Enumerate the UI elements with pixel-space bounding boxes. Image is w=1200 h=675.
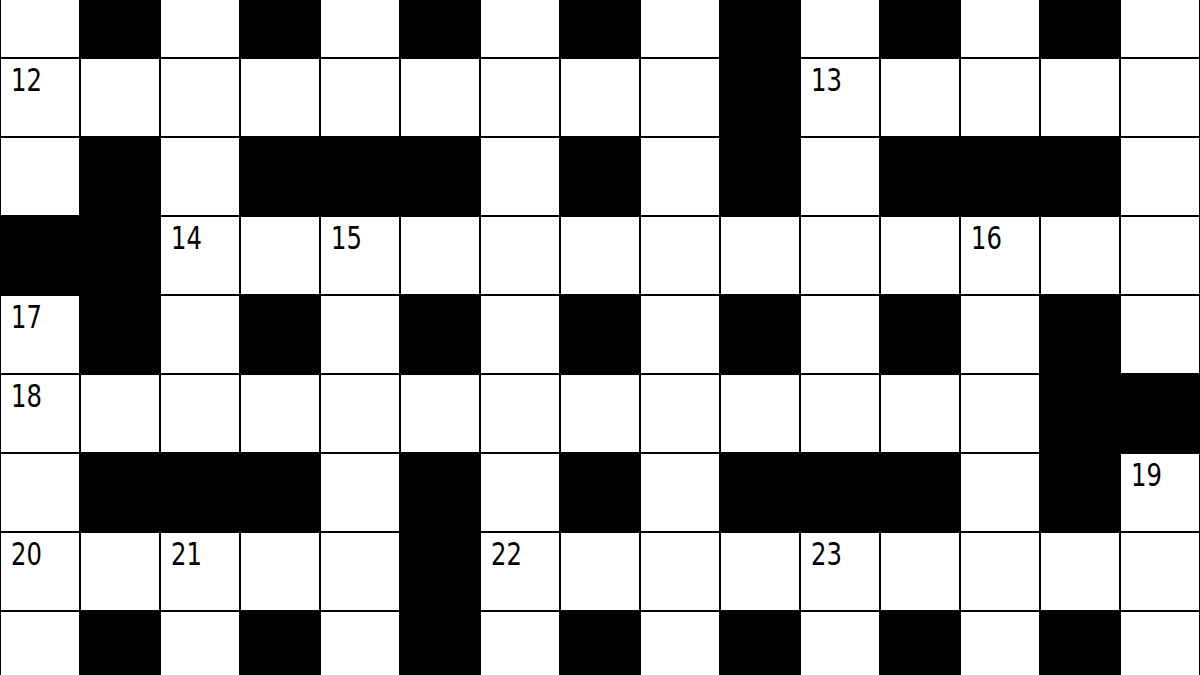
black-cell <box>240 0 320 58</box>
white-cell[interactable] <box>960 0 1040 58</box>
black-cell <box>1120 374 1200 453</box>
white-cell[interactable]: 15 <box>320 216 400 295</box>
clue-number: 21 <box>171 538 202 570</box>
black-cell <box>400 453 480 532</box>
crossword-grid: 121314151617181920212223 <box>0 0 1200 675</box>
black-cell <box>720 0 800 58</box>
clue-number: 22 <box>491 538 522 570</box>
black-cell <box>560 453 640 532</box>
white-cell[interactable]: 14 <box>160 216 240 295</box>
white-cell[interactable]: 20 <box>0 532 80 611</box>
white-cell[interactable]: 16 <box>960 216 1040 295</box>
white-cell[interactable] <box>480 0 560 58</box>
black-cell <box>720 453 800 532</box>
white-cell[interactable] <box>1120 58 1200 137</box>
white-cell[interactable] <box>640 611 720 675</box>
white-cell[interactable] <box>320 374 400 453</box>
white-cell[interactable] <box>240 532 320 611</box>
black-cell <box>240 295 320 374</box>
white-cell[interactable] <box>400 374 480 453</box>
white-cell[interactable] <box>160 0 240 58</box>
white-cell[interactable] <box>1120 0 1200 58</box>
white-cell[interactable] <box>720 374 800 453</box>
white-cell[interactable] <box>160 374 240 453</box>
black-cell <box>1040 611 1120 675</box>
white-cell[interactable] <box>960 532 1040 611</box>
black-cell <box>720 295 800 374</box>
white-cell[interactable] <box>960 453 1040 532</box>
white-cell[interactable] <box>720 216 800 295</box>
black-cell <box>800 453 880 532</box>
white-cell[interactable] <box>560 532 640 611</box>
white-cell[interactable] <box>640 374 720 453</box>
clue-number: 16 <box>971 222 1002 254</box>
black-cell <box>240 611 320 675</box>
white-cell[interactable] <box>160 611 240 675</box>
black-cell <box>560 137 640 216</box>
black-cell <box>880 611 960 675</box>
white-cell[interactable] <box>480 137 560 216</box>
white-cell[interactable]: 23 <box>800 532 880 611</box>
white-cell[interactable] <box>480 58 560 137</box>
white-cell[interactable] <box>1040 216 1120 295</box>
black-cell <box>80 453 160 532</box>
white-cell[interactable] <box>800 137 880 216</box>
black-cell <box>880 453 960 532</box>
black-cell <box>1040 374 1120 453</box>
white-cell[interactable] <box>400 58 480 137</box>
black-cell <box>960 137 1040 216</box>
white-cell[interactable] <box>0 0 80 58</box>
black-cell <box>880 295 960 374</box>
white-cell[interactable] <box>400 216 480 295</box>
black-cell <box>80 295 160 374</box>
clue-number: 12 <box>11 64 42 96</box>
white-cell[interactable] <box>240 216 320 295</box>
white-cell[interactable] <box>560 374 640 453</box>
black-cell <box>80 0 160 58</box>
white-cell[interactable] <box>640 0 720 58</box>
white-cell[interactable] <box>320 0 400 58</box>
white-cell[interactable]: 18 <box>0 374 80 453</box>
white-cell[interactable] <box>160 58 240 137</box>
black-cell <box>1040 0 1120 58</box>
black-cell <box>400 295 480 374</box>
black-cell <box>80 611 160 675</box>
clue-number: 14 <box>171 222 202 254</box>
black-cell <box>160 453 240 532</box>
white-cell[interactable] <box>320 453 400 532</box>
black-cell <box>240 453 320 532</box>
white-cell[interactable] <box>960 611 1040 675</box>
white-cell[interactable] <box>1120 532 1200 611</box>
black-cell <box>560 0 640 58</box>
white-cell[interactable]: 19 <box>1120 453 1200 532</box>
white-cell[interactable] <box>640 453 720 532</box>
clue-number: 17 <box>11 301 42 333</box>
black-cell <box>80 216 160 295</box>
black-cell <box>400 611 480 675</box>
white-cell[interactable] <box>240 374 320 453</box>
white-cell[interactable] <box>320 58 400 137</box>
white-cell[interactable] <box>880 216 960 295</box>
white-cell[interactable] <box>160 295 240 374</box>
black-cell <box>1040 295 1120 374</box>
white-cell[interactable] <box>640 532 720 611</box>
white-cell[interactable] <box>80 532 160 611</box>
black-cell <box>720 611 800 675</box>
white-cell[interactable] <box>480 453 560 532</box>
black-cell <box>720 58 800 137</box>
white-cell[interactable] <box>640 295 720 374</box>
white-cell[interactable] <box>320 611 400 675</box>
black-cell <box>400 0 480 58</box>
black-cell <box>880 0 960 58</box>
black-cell <box>240 137 320 216</box>
white-cell[interactable] <box>960 374 1040 453</box>
black-cell <box>400 532 480 611</box>
black-cell <box>80 137 160 216</box>
clue-number: 13 <box>811 64 842 96</box>
white-cell[interactable] <box>480 611 560 675</box>
white-cell[interactable] <box>800 0 880 58</box>
white-cell[interactable] <box>80 58 160 137</box>
black-cell <box>560 611 640 675</box>
white-cell[interactable] <box>1120 216 1200 295</box>
white-cell[interactable] <box>1120 137 1200 216</box>
white-cell[interactable]: 22 <box>480 532 560 611</box>
white-cell[interactable] <box>960 58 1040 137</box>
white-cell[interactable] <box>320 295 400 374</box>
white-cell[interactable] <box>640 137 720 216</box>
black-cell <box>720 137 800 216</box>
white-cell[interactable] <box>560 58 640 137</box>
white-cell[interactable] <box>800 295 880 374</box>
white-cell[interactable] <box>160 137 240 216</box>
white-cell[interactable] <box>640 216 720 295</box>
white-cell[interactable] <box>560 216 640 295</box>
clue-number: 20 <box>11 538 42 570</box>
clue-number: 15 <box>331 222 362 254</box>
white-cell[interactable] <box>880 58 960 137</box>
white-cell[interactable]: 17 <box>0 295 80 374</box>
black-cell <box>0 216 80 295</box>
white-cell[interactable]: 21 <box>160 532 240 611</box>
white-cell[interactable] <box>480 374 560 453</box>
white-cell[interactable] <box>480 295 560 374</box>
white-cell[interactable] <box>960 295 1040 374</box>
white-cell[interactable] <box>1120 611 1200 675</box>
white-cell[interactable] <box>800 216 880 295</box>
white-cell[interactable] <box>720 532 800 611</box>
white-cell[interactable] <box>800 611 880 675</box>
black-cell <box>400 137 480 216</box>
clue-number: 18 <box>11 380 42 412</box>
white-cell[interactable] <box>640 58 720 137</box>
black-cell <box>880 137 960 216</box>
crossword-page: { "game": "crossword", "view": "partial … <box>0 0 1200 675</box>
white-cell[interactable] <box>0 137 80 216</box>
white-cell[interactable] <box>1040 58 1120 137</box>
black-cell <box>1040 137 1120 216</box>
black-cell <box>1040 453 1120 532</box>
white-cell[interactable] <box>880 532 960 611</box>
white-cell[interactable] <box>320 532 400 611</box>
white-cell[interactable] <box>880 374 960 453</box>
white-cell[interactable] <box>80 374 160 453</box>
white-cell[interactable] <box>1120 295 1200 374</box>
clue-number: 19 <box>1131 459 1162 491</box>
white-cell[interactable] <box>0 611 80 675</box>
white-cell[interactable] <box>1040 532 1120 611</box>
white-cell[interactable] <box>0 453 80 532</box>
white-cell[interactable] <box>800 374 880 453</box>
clue-number: 23 <box>811 538 842 570</box>
white-cell[interactable]: 13 <box>800 58 880 137</box>
white-cell[interactable] <box>240 58 320 137</box>
white-cell[interactable]: 12 <box>0 58 80 137</box>
black-cell <box>320 137 400 216</box>
black-cell <box>560 295 640 374</box>
white-cell[interactable] <box>480 216 560 295</box>
